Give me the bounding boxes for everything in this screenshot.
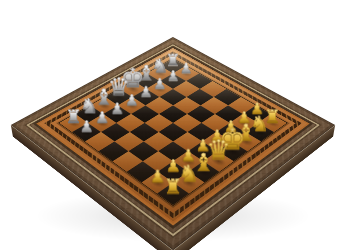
photo-scene: ♜♟♟♜♞♟♟♞♝♟♟♝♚♟♟♚♛♟♟♛♝♟♟♝♞♟♟♞♜♟♟♜ xyxy=(0,0,345,250)
chess-board-grid: ♜♟♟♜♞♟♟♞♝♟♟♝♚♟♟♚♛♟♟♛♝♟♟♝♞♟♟♞♜♟♟♜ xyxy=(58,58,288,206)
board-square: ♜ xyxy=(157,182,189,205)
board-square: ♟ xyxy=(72,123,101,142)
black-rook: ♜ xyxy=(152,176,193,196)
